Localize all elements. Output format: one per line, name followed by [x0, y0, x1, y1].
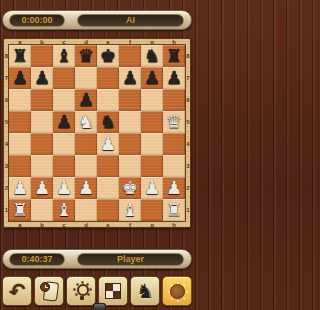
square-c4[interactable] [53, 133, 75, 155]
square-b5[interactable] [31, 111, 53, 133]
square-c1[interactable]: ♝ [53, 199, 75, 221]
move-history-button[interactable] [34, 276, 64, 306]
black-pawn: ♟ [119, 67, 141, 89]
square-b2[interactable]: ♟ [31, 177, 53, 199]
white-bishop: ♝ [119, 199, 141, 221]
square-d7[interactable] [75, 67, 97, 89]
square-e8[interactable]: ♚ [97, 45, 119, 67]
square-c2[interactable]: ♟ [53, 177, 75, 199]
square-f6[interactable] [119, 89, 141, 111]
square-c6[interactable] [53, 89, 75, 111]
square-f7[interactable]: ♟ [119, 67, 141, 89]
black-bishop: ♝ [53, 45, 75, 67]
lightbulb-icon [67, 277, 95, 305]
rank-label-5: 5 [185, 111, 191, 133]
dotted-circle-icon [170, 284, 185, 299]
black-pawn: ♟ [163, 67, 185, 89]
square-e1[interactable] [97, 199, 119, 221]
black-queen: ♛ [75, 45, 97, 67]
square-e4[interactable]: ♟ [97, 133, 119, 155]
clock-icon [40, 282, 50, 292]
player-clock-text: 0:40:37 [21, 255, 52, 264]
square-a1[interactable]: ♜ [9, 199, 31, 221]
square-a5[interactable] [9, 111, 31, 133]
checkerboard-icon [105, 283, 121, 299]
white-pawn: ♟ [97, 133, 119, 155]
rank-label-1: 1 [185, 199, 191, 221]
rank-label-6: 6 [185, 89, 191, 111]
white-knight: ♞ [75, 111, 97, 133]
white-queen: ♛ [163, 111, 185, 133]
black-knight-icon: ♞ [136, 281, 154, 301]
square-e3[interactable] [97, 155, 119, 177]
file-labels-bottom: abcdefgh [9, 222, 185, 228]
black-pawn: ♟ [75, 89, 97, 111]
hint-button[interactable] [66, 276, 96, 306]
square-h5[interactable]: ♛ [163, 111, 185, 133]
square-g5[interactable] [141, 111, 163, 133]
square-h4[interactable] [163, 133, 185, 155]
square-d4[interactable] [75, 133, 97, 155]
white-pawn: ♟ [53, 177, 75, 199]
rank-label-3: 3 [185, 155, 191, 177]
square-b6[interactable] [31, 89, 53, 111]
square-e5[interactable]: ♞ [97, 111, 119, 133]
file-label-g: g [141, 222, 163, 228]
black-pawn: ♟ [53, 111, 75, 133]
white-pawn: ♟ [75, 177, 97, 199]
square-c3[interactable] [53, 155, 75, 177]
opponent-clock-text: 0:00:00 [21, 16, 52, 25]
square-e7[interactable] [97, 67, 119, 89]
square-g7[interactable]: ♟ [141, 67, 163, 89]
square-b7[interactable]: ♟ [31, 67, 53, 89]
white-rook: ♜ [9, 199, 31, 221]
piece-set-button[interactable]: ♞ [130, 276, 160, 306]
black-pawn: ♟ [9, 67, 31, 89]
white-pawn: ♟ [163, 177, 185, 199]
square-g4[interactable] [141, 133, 163, 155]
square-b4[interactable] [31, 133, 53, 155]
player-clock: 0:40:37 [9, 253, 65, 266]
file-label-e: e [97, 222, 119, 228]
square-d2[interactable]: ♟ [75, 177, 97, 199]
black-pawn: ♟ [141, 67, 163, 89]
file-label-a: a [9, 222, 31, 228]
rank-label-2: 2 [185, 177, 191, 199]
square-b8[interactable] [31, 45, 53, 67]
square-h2[interactable]: ♟ [163, 177, 185, 199]
square-f5[interactable] [119, 111, 141, 133]
square-a2[interactable]: ♟ [9, 177, 31, 199]
square-h6[interactable] [163, 89, 185, 111]
square-d5[interactable]: ♞ [75, 111, 97, 133]
player-name-capsule: Player [77, 253, 184, 266]
rank-labels-right: 87654321 [185, 45, 191, 221]
square-h8[interactable]: ♜ [163, 45, 185, 67]
square-d8[interactable]: ♛ [75, 45, 97, 67]
white-pawn: ♟ [9, 177, 31, 199]
black-pawn: ♟ [31, 67, 53, 89]
board-theme-button[interactable] [98, 276, 128, 306]
file-label-b: b [31, 222, 53, 228]
square-b1[interactable] [31, 199, 53, 221]
square-c7[interactable] [53, 67, 75, 89]
file-label-c: c [53, 222, 75, 228]
square-e2[interactable] [97, 177, 119, 199]
board-squares: ♜♝♛♚♞♜♟♟♟♟♟♟♟♞♞♛♟♟♟♟♟♚♟♟♜♝♝♜ [9, 45, 185, 221]
square-g8[interactable]: ♞ [141, 45, 163, 67]
square-h1[interactable]: ♜ [163, 199, 185, 221]
black-knight: ♞ [97, 111, 119, 133]
square-h3[interactable] [163, 155, 185, 177]
opponent-name: AI [126, 16, 135, 25]
black-rook: ♜ [163, 45, 185, 67]
file-label-h: h [163, 222, 185, 228]
opponent-bar: 0:00:00 AI [2, 10, 192, 30]
square-c5[interactable]: ♟ [53, 111, 75, 133]
square-f2[interactable]: ♚ [119, 177, 141, 199]
square-a4[interactable] [9, 133, 31, 155]
rank-label-7: 7 [185, 67, 191, 89]
player-name: Player [117, 255, 144, 264]
square-g1[interactable] [141, 199, 163, 221]
square-e6[interactable] [97, 89, 119, 111]
square-a3[interactable] [9, 155, 31, 177]
file-label-f: f [119, 222, 141, 228]
undo-button[interactable]: ↶ [2, 276, 32, 306]
square-d1[interactable] [75, 199, 97, 221]
white-pawn: ♟ [141, 177, 163, 199]
undo-arrow-icon: ↶ [6, 277, 28, 304]
white-rook: ♜ [163, 199, 185, 221]
square-a7[interactable]: ♟ [9, 67, 31, 89]
drawer-handle[interactable] [93, 303, 106, 310]
opponent-name-capsule: AI [77, 14, 184, 27]
square-h7[interactable]: ♟ [163, 67, 185, 89]
rank-label-4: 4 [185, 133, 191, 155]
square-f1[interactable]: ♝ [119, 199, 141, 221]
square-f8[interactable] [119, 45, 141, 67]
square-g2[interactable]: ♟ [141, 177, 163, 199]
opponent-clock: 0:00:00 [9, 14, 65, 27]
square-a6[interactable] [9, 89, 31, 111]
square-g3[interactable] [141, 155, 163, 177]
square-c8[interactable]: ♝ [53, 45, 75, 67]
black-knight: ♞ [141, 45, 163, 67]
white-king: ♚ [119, 177, 141, 199]
square-f3[interactable] [119, 155, 141, 177]
square-f4[interactable] [119, 133, 141, 155]
file-label-d: d [75, 222, 97, 228]
black-king: ♚ [97, 45, 119, 67]
rank-label-8: 8 [185, 45, 191, 67]
square-d3[interactable] [75, 155, 97, 177]
square-d6[interactable]: ♟ [75, 89, 97, 111]
settings-button[interactable] [162, 276, 192, 306]
white-bishop: ♝ [53, 199, 75, 221]
white-pawn: ♟ [31, 177, 53, 199]
square-a8[interactable]: ♜ [9, 45, 31, 67]
black-rook: ♜ [9, 45, 31, 67]
square-b3[interactable] [31, 155, 53, 177]
chess-board: abcdefgh abcdefgh 87654321 87654321 ♜♝♛♚… [3, 38, 191, 228]
square-g6[interactable] [141, 89, 163, 111]
player-bar: 0:40:37 Player [2, 249, 192, 269]
